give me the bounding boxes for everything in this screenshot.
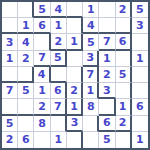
cell-r1c9[interactable]: 5 xyxy=(132,2,148,18)
cell-r5c2[interactable] xyxy=(18,67,34,83)
cell-r9c2[interactable]: 6 xyxy=(18,132,34,148)
cell-r1c6[interactable]: 1 xyxy=(83,2,99,18)
cell-r8c8[interactable]: 2 xyxy=(116,116,132,132)
cell-r6c2[interactable]: 5 xyxy=(18,83,34,99)
cell-r2c6[interactable]: 4 xyxy=(83,18,99,34)
cell-r9c1[interactable]: 2 xyxy=(2,132,18,148)
cell-r6c5[interactable]: 2 xyxy=(67,83,83,99)
cell-r2c5[interactable] xyxy=(67,18,83,34)
cell-r7c8[interactable]: 1 xyxy=(116,99,132,115)
cell-r9c7[interactable]: 5 xyxy=(99,132,115,148)
cell-r6c7[interactable]: 3 xyxy=(99,83,115,99)
cell-r3c3[interactable] xyxy=(34,34,50,50)
cell-r6c1[interactable]: 7 xyxy=(2,83,18,99)
cell-r7c4[interactable]: 7 xyxy=(51,99,67,115)
cell-r1c8[interactable]: 2 xyxy=(116,2,132,18)
cell-r4c6[interactable]: 3 xyxy=(83,51,99,67)
cell-r2c7[interactable] xyxy=(99,18,115,34)
cell-r9c6[interactable] xyxy=(83,132,99,148)
cell-r1c4[interactable]: 4 xyxy=(51,2,67,18)
cell-r6c3[interactable]: 1 xyxy=(34,83,50,99)
cell-r2c8[interactable] xyxy=(116,18,132,34)
cell-r6c8[interactable] xyxy=(116,83,132,99)
cell-r4c1[interactable]: 1 xyxy=(2,51,18,67)
cell-r3c6[interactable]: 5 xyxy=(83,34,99,50)
cell-r5c9[interactable] xyxy=(132,67,148,83)
cell-r9c8[interactable] xyxy=(116,132,132,148)
cell-r7c3[interactable]: 2 xyxy=(34,99,50,115)
cell-r1c1[interactable] xyxy=(2,2,18,18)
cell-r4c3[interactable]: 7 xyxy=(34,51,50,67)
sudoku-board: 5412516143342157612753114725751621327181… xyxy=(0,0,150,150)
cell-r8c2[interactable] xyxy=(18,116,34,132)
cell-r4c2[interactable]: 2 xyxy=(18,51,34,67)
cell-r4c5[interactable] xyxy=(67,51,83,67)
cell-r4c9[interactable]: 1 xyxy=(132,51,148,67)
cell-r5c4[interactable] xyxy=(51,67,67,83)
cell-r4c7[interactable]: 1 xyxy=(99,51,115,67)
cell-r3c9[interactable] xyxy=(132,34,148,50)
cell-r1c5[interactable] xyxy=(67,2,83,18)
cell-r8c7[interactable]: 6 xyxy=(99,116,115,132)
cell-r2c4[interactable]: 1 xyxy=(51,18,67,34)
cell-r9c9[interactable]: 1 xyxy=(132,132,148,148)
cell-r2c2[interactable]: 1 xyxy=(18,18,34,34)
cell-r8c6[interactable] xyxy=(83,116,99,132)
cell-r1c7[interactable] xyxy=(99,2,115,18)
cell-r8c4[interactable] xyxy=(51,116,67,132)
cell-r8c3[interactable]: 8 xyxy=(34,116,50,132)
cell-r6c6[interactable]: 1 xyxy=(83,83,99,99)
cell-r7c2[interactable] xyxy=(18,99,34,115)
cell-r5c8[interactable]: 5 xyxy=(116,67,132,83)
cell-r3c1[interactable]: 3 xyxy=(2,34,18,50)
cell-r5c7[interactable]: 2 xyxy=(99,67,115,83)
cell-r6c9[interactable] xyxy=(132,83,148,99)
cell-r3c7[interactable]: 7 xyxy=(99,34,115,50)
cell-r4c4[interactable]: 5 xyxy=(51,51,67,67)
cell-r9c4[interactable]: 1 xyxy=(51,132,67,148)
cell-r3c2[interactable]: 4 xyxy=(18,34,34,50)
cell-r5c1[interactable] xyxy=(2,67,18,83)
cell-r7c9[interactable]: 6 xyxy=(132,99,148,115)
cell-r5c5[interactable] xyxy=(67,67,83,83)
cell-r5c3[interactable]: 4 xyxy=(34,67,50,83)
cell-r2c3[interactable]: 6 xyxy=(34,18,50,34)
cell-r9c5[interactable] xyxy=(67,132,83,148)
cell-r3c4[interactable]: 2 xyxy=(51,34,67,50)
cell-r3c5[interactable]: 1 xyxy=(67,34,83,50)
cell-r1c2[interactable] xyxy=(18,2,34,18)
cell-r7c5[interactable]: 1 xyxy=(67,99,83,115)
cell-r2c1[interactable] xyxy=(2,18,18,34)
cell-r7c1[interactable] xyxy=(2,99,18,115)
cell-r8c5[interactable]: 3 xyxy=(67,116,83,132)
cell-r9c3[interactable] xyxy=(34,132,50,148)
cell-r4c8[interactable] xyxy=(116,51,132,67)
cell-r3c8[interactable]: 6 xyxy=(116,34,132,50)
cell-r8c9[interactable] xyxy=(132,116,148,132)
cell-r6c4[interactable]: 6 xyxy=(51,83,67,99)
cell-r7c7[interactable] xyxy=(99,99,115,115)
cell-r2c9[interactable]: 3 xyxy=(132,18,148,34)
cell-r5c6[interactable]: 7 xyxy=(83,67,99,83)
cell-r7c6[interactable]: 8 xyxy=(83,99,99,115)
cell-r1c3[interactable]: 5 xyxy=(34,2,50,18)
cell-r8c1[interactable]: 5 xyxy=(2,116,18,132)
